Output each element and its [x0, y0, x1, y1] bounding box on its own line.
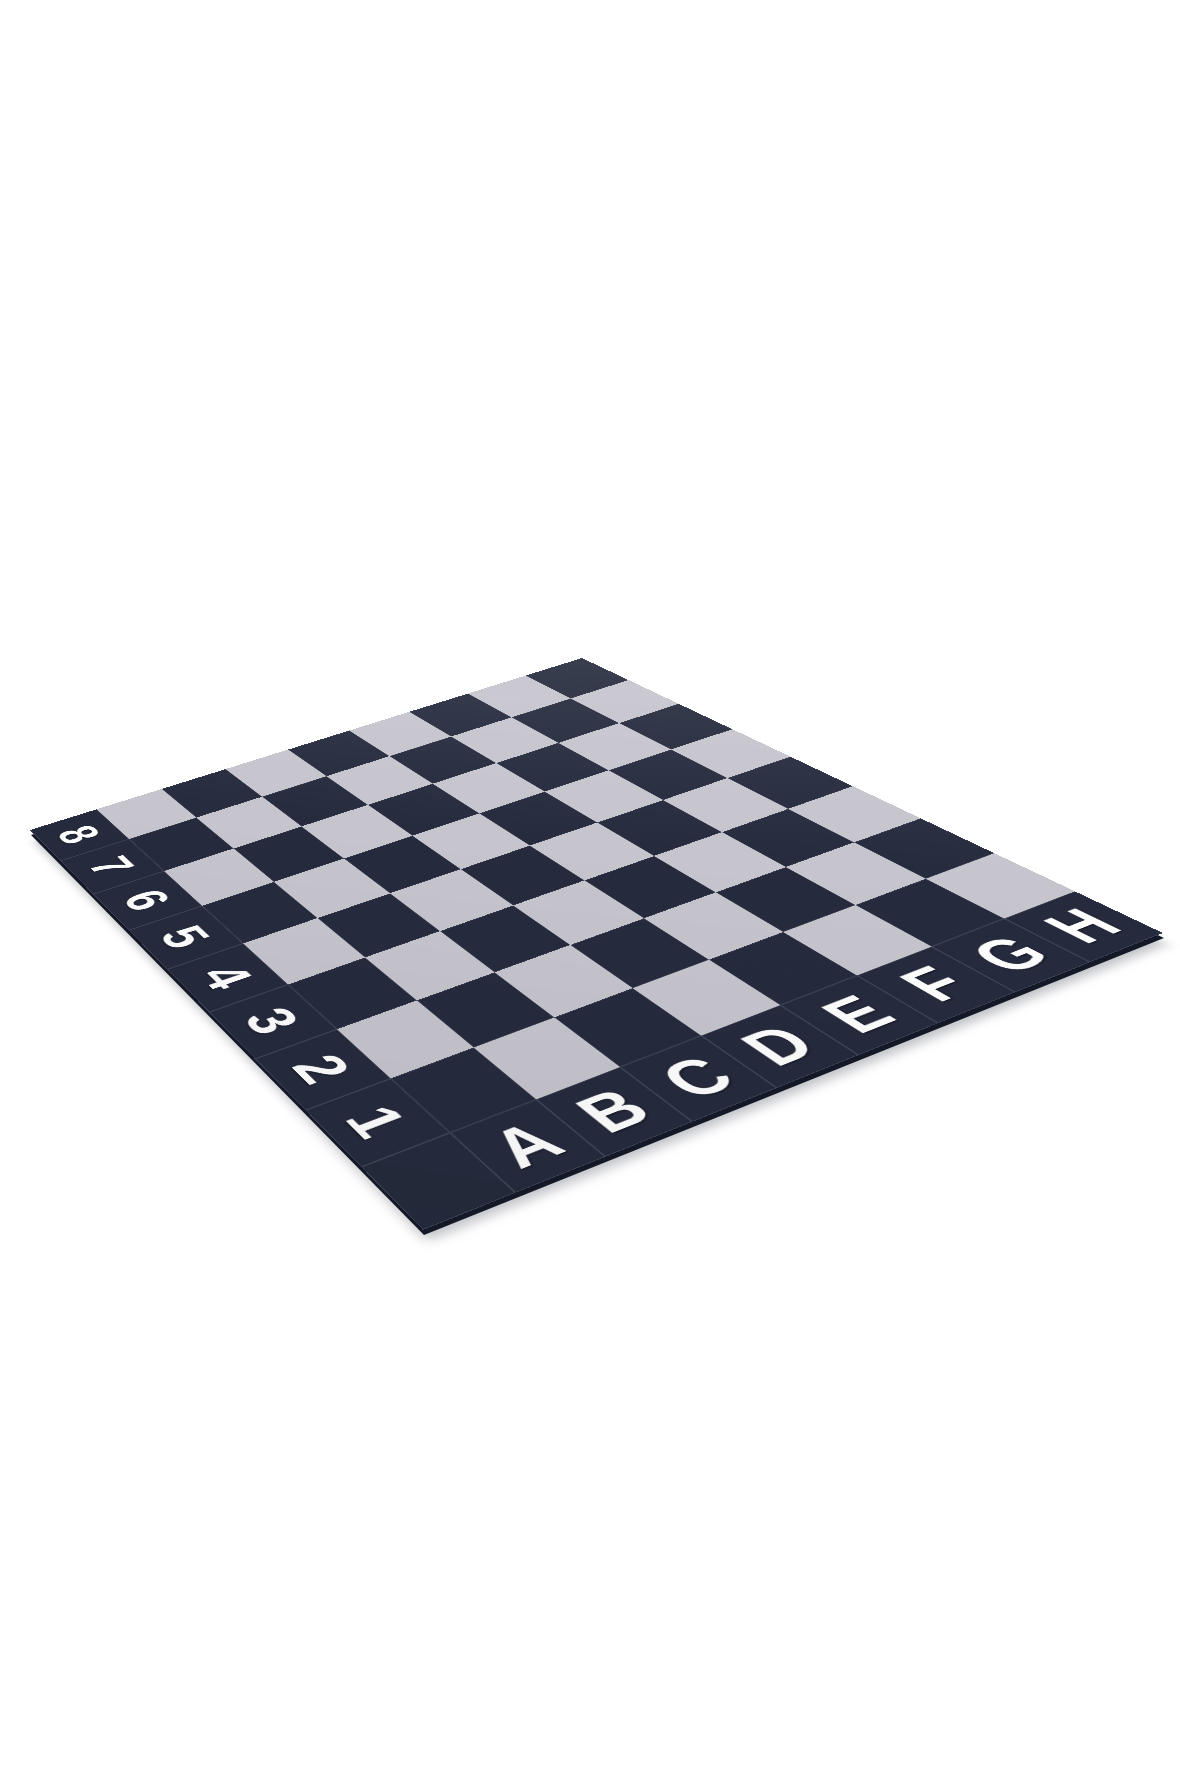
file-label-glyph: B [563, 1081, 664, 1142]
rank-label-glyph: 5 [150, 920, 220, 954]
rank-label-glyph: 8 [48, 821, 109, 848]
rank-label-glyph: 3 [234, 1001, 311, 1040]
rank-label-glyph: 2 [281, 1048, 362, 1090]
rank-label-glyph: 6 [114, 884, 181, 915]
file-label-glyph: A [477, 1113, 577, 1177]
product-photo-canvas: 87654321ABCDEFGH [0, 0, 1180, 1771]
rank-label-glyph: 7 [80, 851, 144, 880]
rank-label-glyph: 4 [190, 959, 263, 995]
rank-label-glyph: 1 [334, 1099, 420, 1145]
chess-board: 87654321ABCDEFGH [30, 658, 1163, 1230]
